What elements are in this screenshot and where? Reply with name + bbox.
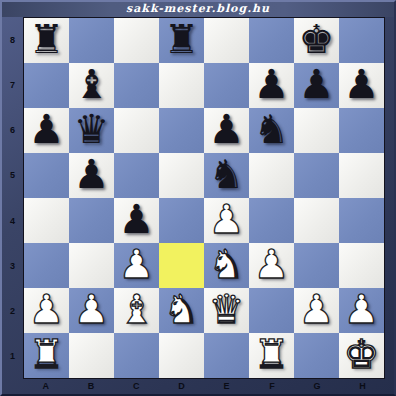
square-g4[interactable] <box>294 198 339 243</box>
board-grid: ♜♜♚♝♟♟♟♟♛♟♞♟♞♟♟♟♞♟♟♟♝♞♛♟♟♜♜♚ <box>23 17 385 379</box>
square-d8[interactable]: ♜ <box>159 18 204 63</box>
square-c5[interactable] <box>114 153 159 198</box>
square-c2[interactable]: ♝ <box>114 288 159 333</box>
site-banner: sakk-mester.blog.hu <box>0 2 396 17</box>
black-king-piece[interactable]: ♚ <box>299 17 335 62</box>
white-pawn-piece[interactable]: ♟ <box>119 242 155 287</box>
square-e4[interactable]: ♟ <box>204 198 249 243</box>
square-d4[interactable] <box>159 198 204 243</box>
black-rook-piece[interactable]: ♜ <box>164 17 200 62</box>
square-a3[interactable] <box>24 243 69 288</box>
square-h8[interactable] <box>339 18 384 63</box>
square-a2[interactable]: ♟ <box>24 288 69 333</box>
square-b1[interactable] <box>69 333 114 378</box>
square-c4[interactable]: ♟ <box>114 198 159 243</box>
square-d1[interactable] <box>159 333 204 378</box>
square-h7[interactable]: ♟ <box>339 63 384 108</box>
square-b2[interactable]: ♟ <box>69 288 114 333</box>
black-knight-piece[interactable]: ♞ <box>254 107 290 152</box>
white-knight-piece[interactable]: ♞ <box>164 287 200 332</box>
square-a7[interactable] <box>24 63 69 108</box>
white-pawn-piece[interactable]: ♟ <box>74 287 110 332</box>
black-pawn-piece[interactable]: ♟ <box>119 197 155 242</box>
file-label-c: C <box>114 379 159 393</box>
rank-label-1: 1 <box>2 334 23 379</box>
square-e6[interactable]: ♟ <box>204 108 249 153</box>
rank-label-4: 4 <box>2 198 23 243</box>
file-label-d: D <box>159 379 204 393</box>
file-label-g: G <box>295 379 340 393</box>
white-pawn-piece[interactable]: ♟ <box>344 287 380 332</box>
square-a4[interactable] <box>24 198 69 243</box>
white-queen-piece[interactable]: ♛ <box>209 287 245 332</box>
square-h5[interactable] <box>339 153 384 198</box>
black-pawn-piece[interactable]: ♟ <box>299 62 335 107</box>
square-b3[interactable] <box>69 243 114 288</box>
square-f8[interactable] <box>249 18 294 63</box>
square-c6[interactable] <box>114 108 159 153</box>
square-h1[interactable]: ♚ <box>339 333 384 378</box>
black-bishop-piece[interactable]: ♝ <box>74 62 110 107</box>
square-g1[interactable] <box>294 333 339 378</box>
square-f1[interactable]: ♜ <box>249 333 294 378</box>
white-rook-piece[interactable]: ♜ <box>29 332 65 377</box>
square-f3[interactable]: ♟ <box>249 243 294 288</box>
square-f2[interactable] <box>249 288 294 333</box>
white-king-piece[interactable]: ♚ <box>344 332 380 377</box>
square-g7[interactable]: ♟ <box>294 63 339 108</box>
white-rook-piece[interactable]: ♜ <box>254 332 290 377</box>
file-label-f: F <box>249 379 294 393</box>
black-pawn-piece[interactable]: ♟ <box>254 62 290 107</box>
square-a8[interactable]: ♜ <box>24 18 69 63</box>
square-b4[interactable] <box>69 198 114 243</box>
square-a6[interactable]: ♟ <box>24 108 69 153</box>
square-b7[interactable]: ♝ <box>69 63 114 108</box>
file-label-b: B <box>68 379 113 393</box>
black-pawn-piece[interactable]: ♟ <box>74 152 110 197</box>
square-d5[interactable] <box>159 153 204 198</box>
square-b5[interactable]: ♟ <box>69 153 114 198</box>
square-g6[interactable] <box>294 108 339 153</box>
rank-label-7: 7 <box>2 62 23 107</box>
rank-labels: 87654321 <box>2 17 23 379</box>
square-d3[interactable] <box>159 243 204 288</box>
square-e2[interactable]: ♛ <box>204 288 249 333</box>
black-queen-piece[interactable]: ♛ <box>74 107 110 152</box>
white-pawn-piece[interactable]: ♟ <box>29 287 65 332</box>
rank-label-5: 5 <box>2 153 23 198</box>
square-c1[interactable] <box>114 333 159 378</box>
white-pawn-piece[interactable]: ♟ <box>209 197 245 242</box>
square-e8[interactable] <box>204 18 249 63</box>
square-a5[interactable] <box>24 153 69 198</box>
black-pawn-piece[interactable]: ♟ <box>209 107 245 152</box>
square-a1[interactable]: ♜ <box>24 333 69 378</box>
square-e7[interactable] <box>204 63 249 108</box>
file-labels: ABCDEFGH <box>23 379 385 393</box>
rank-label-2: 2 <box>2 289 23 334</box>
file-label-a: A <box>23 379 68 393</box>
square-e5[interactable]: ♞ <box>204 153 249 198</box>
square-d7[interactable] <box>159 63 204 108</box>
square-e3[interactable]: ♞ <box>204 243 249 288</box>
square-c7[interactable] <box>114 63 159 108</box>
black-pawn-piece[interactable]: ♟ <box>29 107 65 152</box>
white-bishop-piece[interactable]: ♝ <box>119 287 155 332</box>
square-d2[interactable]: ♞ <box>159 288 204 333</box>
square-c3[interactable]: ♟ <box>114 243 159 288</box>
square-b6[interactable]: ♛ <box>69 108 114 153</box>
square-b8[interactable] <box>69 18 114 63</box>
square-h4[interactable] <box>339 198 384 243</box>
white-knight-piece[interactable]: ♞ <box>209 242 245 287</box>
rank-label-3: 3 <box>2 243 23 288</box>
black-pawn-piece[interactable]: ♟ <box>344 62 380 107</box>
square-c8[interactable] <box>114 18 159 63</box>
square-e1[interactable] <box>204 333 249 378</box>
square-d6[interactable] <box>159 108 204 153</box>
square-g5[interactable] <box>294 153 339 198</box>
file-label-h: H <box>340 379 385 393</box>
file-label-e: E <box>204 379 249 393</box>
square-h3[interactable] <box>339 243 384 288</box>
square-f7[interactable]: ♟ <box>249 63 294 108</box>
square-g2[interactable]: ♟ <box>294 288 339 333</box>
square-f5[interactable] <box>249 153 294 198</box>
square-g8[interactable]: ♚ <box>294 18 339 63</box>
square-h2[interactable]: ♟ <box>339 288 384 333</box>
rank-label-6: 6 <box>2 108 23 153</box>
chess-app-window: sakk-mester.blog.hu 87654321 ♜♜♚♝♟♟♟♟♛♟♞… <box>0 0 396 396</box>
black-knight-piece[interactable]: ♞ <box>209 152 245 197</box>
square-f4[interactable] <box>249 198 294 243</box>
square-f6[interactable]: ♞ <box>249 108 294 153</box>
square-h6[interactable] <box>339 108 384 153</box>
square-g3[interactable] <box>294 243 339 288</box>
white-pawn-piece[interactable]: ♟ <box>299 287 335 332</box>
rank-label-8: 8 <box>2 17 23 62</box>
white-pawn-piece[interactable]: ♟ <box>254 242 290 287</box>
black-rook-piece[interactable]: ♜ <box>29 17 65 62</box>
